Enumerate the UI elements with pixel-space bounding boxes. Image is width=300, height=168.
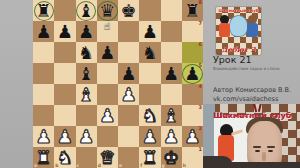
black-pawn-f7[interactable]: ♟ [142, 21, 158, 42]
file-label-b: b [55, 163, 58, 168]
square-g2[interactable]: ♟ [161, 126, 182, 147]
white-pawn-b2[interactable]: ♟ [57, 126, 73, 147]
white-bishop-c4[interactable]: ♝ [78, 84, 94, 105]
eye [255, 150, 260, 153]
black-bishop-c8[interactable]: ♝ [78, 0, 94, 21]
square-b2[interactable]: ♟ [54, 126, 75, 147]
square-e8[interactable]: ♚ [118, 0, 139, 21]
square-c4[interactable]: ♝ [76, 84, 97, 105]
square-h8[interactable]: ♜8 [182, 0, 203, 21]
square-f3[interactable]: ♞ [139, 105, 160, 126]
square-h1[interactable]: 1h [182, 147, 203, 168]
square-c7[interactable]: ♟ [76, 21, 97, 42]
white-pawn-d3[interactable]: ♟ [99, 105, 115, 126]
black-pawn-a7[interactable]: ♟ [36, 21, 52, 42]
square-g1[interactable]: ♚g [161, 147, 182, 168]
nose [262, 152, 266, 161]
square-e5[interactable]: ♟ [118, 63, 139, 84]
square-g5[interactable]: ♟ [161, 63, 182, 84]
square-a7[interactable]: ♟ [33, 21, 54, 42]
white-pawn-a2[interactable]: ♟ [36, 126, 52, 147]
square-d3[interactable]: ♟ [97, 105, 118, 126]
square-e6[interactable] [118, 42, 139, 63]
square-b7[interactable]: ♟ [54, 21, 75, 42]
square-f5[interactable] [139, 63, 160, 84]
hand-cursor-icon: ☝ [104, 20, 110, 31]
square-a3[interactable] [33, 105, 54, 126]
square-h6[interactable]: 6 [182, 42, 203, 63]
square-h7[interactable]: 7 [182, 21, 203, 42]
white-queen-d1[interactable]: ♛ [99, 147, 115, 168]
presenter-shoulders [203, 162, 300, 168]
rank-label-5: 5 [199, 63, 202, 68]
square-h2[interactable]: ♟2 [182, 126, 203, 147]
video-frame: ♜♝♛♚♜8♟♟♟♟7♞♟♞6♝♟♟♟5♝♟4♟♞♝3♟♟♟♟♟♟2♜a♞bc♛… [0, 0, 300, 168]
file-label-a: a [34, 163, 37, 168]
black-knight-f6[interactable]: ♞ [142, 42, 158, 63]
square-b8[interactable] [54, 0, 75, 21]
white-knight-f3[interactable]: ♞ [142, 105, 158, 126]
logo-script-text: Дебют 2 [216, 46, 261, 54]
square-d8[interactable]: ♛ [97, 0, 118, 21]
square-f4[interactable] [139, 84, 160, 105]
black-rook-a8[interactable]: ♜ [36, 0, 52, 21]
black-pawn-d6[interactable]: ♟ [99, 42, 115, 63]
black-pawn-c7[interactable]: ♟ [78, 21, 94, 42]
white-pawn-c2[interactable]: ♟ [78, 126, 94, 147]
file-label-h: h [183, 163, 186, 168]
square-g7[interactable] [161, 21, 182, 42]
square-c2[interactable]: ♟ [76, 126, 97, 147]
rank-label-8: 8 [199, 0, 202, 5]
black-queen-d8[interactable]: ♛ [99, 0, 115, 21]
lesson-title: Урок 21 [213, 54, 251, 65]
square-f8[interactable] [139, 0, 160, 21]
square-b6[interactable] [54, 42, 75, 63]
square-a2[interactable]: ♟ [33, 126, 54, 147]
webcam-feed: Шахматный клуб [203, 104, 300, 168]
side-panel: Шахматный клуб Дебют 2 Урок 21 Взаимодей… [203, 0, 300, 168]
eyebrow [253, 146, 261, 148]
square-d1[interactable]: ♛d [97, 147, 118, 168]
boy-body [247, 23, 258, 37]
square-d5[interactable] [97, 63, 118, 84]
black-king-e8[interactable]: ♚ [121, 0, 137, 21]
square-f1[interactable]: ♜f [139, 147, 160, 168]
file-label-d: d [98, 163, 101, 168]
square-c5[interactable]: ♝ [76, 63, 97, 84]
rank-label-1: 1 [199, 147, 202, 152]
square-e3[interactable] [118, 105, 139, 126]
square-e7[interactable] [118, 21, 139, 42]
author-line: Автор Комиссаров В.В. [213, 86, 291, 94]
square-h5[interactable]: ♟5 [182, 63, 203, 84]
square-g3[interactable]: ♝ [161, 105, 182, 126]
square-b5[interactable] [54, 63, 75, 84]
white-rook-a1[interactable]: ♜ [36, 147, 52, 168]
black-pawn-e5[interactable]: ♟ [121, 63, 137, 84]
white-pawn-f2[interactable]: ♟ [142, 126, 158, 147]
rank-label-3: 3 [199, 105, 202, 110]
square-g4[interactable] [161, 84, 182, 105]
square-a4[interactable] [33, 84, 54, 105]
logo-chess-blob [230, 16, 247, 36]
square-f6[interactable]: ♞ [139, 42, 160, 63]
white-bishop-g3[interactable]: ♝ [163, 105, 179, 126]
rank-label-6: 6 [199, 42, 202, 47]
square-e4[interactable]: ♟ [118, 84, 139, 105]
file-label-c: c [77, 163, 80, 168]
square-a5[interactable] [33, 63, 54, 84]
black-pawn-b7[interactable]: ♟ [57, 21, 73, 42]
white-pawn-e4[interactable]: ♟ [121, 84, 137, 105]
lesson-subtitle: Взаимодействие ладьи и слона [213, 66, 280, 71]
white-pawn-g2[interactable]: ♟ [163, 126, 179, 147]
square-d4[interactable] [97, 84, 118, 105]
square-b4[interactable] [54, 84, 75, 105]
eyebrow [267, 146, 275, 148]
square-a6[interactable] [33, 42, 54, 63]
square-g6[interactable] [161, 42, 182, 63]
square-c8[interactable]: ♝ [76, 0, 97, 21]
square-c1[interactable]: c [76, 147, 97, 168]
square-f2[interactable]: ♟ [139, 126, 160, 147]
square-d6[interactable]: ♟ [97, 42, 118, 63]
logo-club-text: Шахматный клуб [216, 8, 261, 13]
square-b3[interactable] [54, 105, 75, 126]
rank-label-2: 2 [199, 126, 202, 131]
square-a8[interactable]: ♜ [33, 0, 54, 21]
logo-girl-figure [219, 15, 230, 39]
rank-label-4: 4 [199, 84, 202, 89]
white-king-g1[interactable]: ♚ [163, 147, 179, 168]
presenter-face [247, 121, 282, 168]
square-d2[interactable] [97, 126, 118, 147]
logo-boy-figure [247, 15, 258, 39]
chess-board[interactable]: ♜♝♛♚♜8♟♟♟♟7♞♟♞6♝♟♟♟5♝♟4♟♞♝3♟♟♟♟♟♟2♜a♞bc♛… [33, 0, 203, 168]
vk-link: vk.com/vsaidachess [213, 95, 278, 103]
square-g8[interactable] [161, 0, 182, 21]
square-f7[interactable]: ♟ [139, 21, 160, 42]
square-e1[interactable]: e [118, 147, 139, 168]
black-pawn-g5[interactable]: ♟ [163, 63, 179, 84]
girl-body [219, 23, 230, 37]
file-label-g: g [162, 163, 165, 168]
square-c6[interactable]: ♞ [76, 42, 97, 63]
black-knight-c6[interactable]: ♞ [78, 42, 94, 63]
rank-label-7: 7 [199, 21, 202, 26]
file-label-e: e [119, 163, 122, 168]
club-logo: Шахматный клуб Дебют 2 [216, 7, 261, 55]
square-h3[interactable]: 3 [182, 105, 203, 126]
square-b1[interactable]: ♞b [54, 147, 75, 168]
square-a1[interactable]: ♜a [33, 147, 54, 168]
file-label-f: f [140, 163, 142, 168]
white-rook-f1[interactable]: ♜ [142, 147, 158, 168]
eye [268, 150, 273, 153]
square-e2[interactable] [118, 126, 139, 147]
square-h4[interactable]: 4 [182, 84, 203, 105]
black-bishop-c5[interactable]: ♝ [78, 63, 94, 84]
white-knight-b1[interactable]: ♞ [57, 147, 73, 168]
square-c3[interactable] [76, 105, 97, 126]
